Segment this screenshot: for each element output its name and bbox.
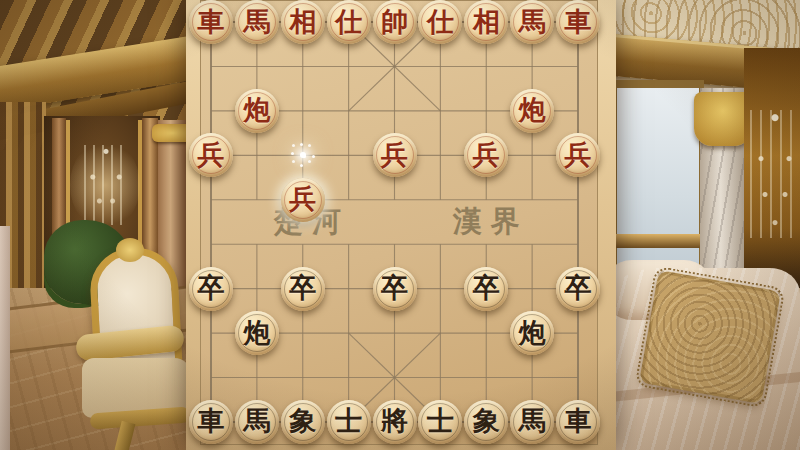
piece-red[interactable]: 仕: [418, 0, 462, 44]
piece-character: 車: [198, 408, 225, 435]
piece-character: 馬: [519, 408, 546, 435]
piece-character: 兵: [198, 142, 225, 169]
piece-black[interactable]: 炮: [235, 311, 279, 355]
piece-red[interactable]: 帥: [373, 0, 417, 44]
brocade-pillow-pattern: [639, 270, 781, 404]
piece-character: 帥: [381, 9, 408, 36]
piece-character: 仕: [335, 9, 362, 36]
piece-character: 仕: [427, 9, 454, 36]
piece-character: 卒: [198, 275, 225, 302]
piece-red[interactable]: 車: [189, 0, 233, 44]
piece-red[interactable]: 相: [464, 0, 508, 44]
piece-black[interactable]: 士: [327, 400, 371, 444]
piece-black[interactable]: 車: [189, 400, 233, 444]
piece-red[interactable]: 兵: [373, 133, 417, 177]
piece-character: 士: [427, 408, 454, 435]
piece-red[interactable]: 馬: [235, 0, 279, 44]
piece-red[interactable]: 車: [556, 0, 600, 44]
piece-black[interactable]: 將: [373, 400, 417, 444]
piece-character: 炮: [243, 320, 270, 347]
piece-black[interactable]: 卒: [556, 267, 600, 311]
piece-character: 炮: [519, 97, 546, 124]
gilded-chair-crest: [116, 238, 144, 262]
piece-red[interactable]: 兵: [189, 133, 233, 177]
piece-character: 卒: [289, 275, 316, 302]
piece-character: 兵: [565, 142, 592, 169]
piece-character: 馬: [243, 408, 270, 435]
piece-red[interactable]: 炮: [235, 89, 279, 133]
piece-character: 兵: [473, 142, 500, 169]
pieces-layer: 車馬相仕帥仕相馬車炮炮兵兵兵兵兵卒卒卒卒卒炮炮車馬象士將士象馬車: [186, 0, 616, 450]
piece-black[interactable]: 士: [418, 400, 462, 444]
piece-black[interactable]: 卒: [464, 267, 508, 311]
piece-character: 馬: [519, 9, 546, 36]
piece-character: 兵: [381, 142, 408, 169]
piece-red[interactable]: 仕: [327, 0, 371, 44]
piece-character: 車: [198, 9, 225, 36]
piece-character: 車: [565, 9, 592, 36]
piece-character: 兵: [289, 186, 316, 213]
piece-character: 卒: [565, 275, 592, 302]
piece-character: 相: [289, 9, 316, 36]
piece-red[interactable]: 兵: [464, 133, 508, 177]
piece-black[interactable]: 炮: [510, 311, 554, 355]
piece-character: 相: [473, 9, 500, 36]
piece-red[interactable]: 兵: [556, 133, 600, 177]
window-mullion-bar: [613, 234, 703, 248]
piece-red[interactable]: 馬: [510, 0, 554, 44]
piece-character: 卒: [381, 275, 408, 302]
piece-red[interactable]: 兵: [281, 178, 325, 222]
screenshot-stage: 楚河 漢界 車馬相仕帥仕相馬車炮炮兵兵兵兵兵卒卒卒卒卒炮炮車馬象士將士象馬車: [0, 0, 800, 450]
piece-black[interactable]: 卒: [189, 267, 233, 311]
piece-black[interactable]: 馬: [510, 400, 554, 444]
piece-character: 車: [565, 408, 592, 435]
piece-character: 象: [473, 408, 500, 435]
cursor-sparkle-icon: [300, 152, 306, 158]
door-edge-left: [0, 226, 10, 450]
piece-character: 炮: [243, 97, 270, 124]
piece-character: 象: [289, 408, 316, 435]
piece-black[interactable]: 卒: [373, 267, 417, 311]
chandelier-right-icon: [750, 110, 800, 238]
piece-character: 炮: [519, 320, 546, 347]
piece-black[interactable]: 卒: [281, 267, 325, 311]
piece-character: 士: [335, 408, 362, 435]
piece-red[interactable]: 炮: [510, 89, 554, 133]
piece-character: 將: [381, 408, 408, 435]
piece-black[interactable]: 車: [556, 400, 600, 444]
piece-black[interactable]: 馬: [235, 400, 279, 444]
piece-black[interactable]: 象: [281, 400, 325, 444]
xiangqi-board[interactable]: 楚河 漢界 車馬相仕帥仕相馬車炮炮兵兵兵兵兵卒卒卒卒卒炮炮車馬象士將士象馬車: [186, 0, 616, 450]
piece-black[interactable]: 象: [464, 400, 508, 444]
chandelier-left-icon: [84, 145, 128, 225]
piece-character: 卒: [473, 275, 500, 302]
piece-red[interactable]: 相: [281, 0, 325, 44]
piece-character: 馬: [243, 9, 270, 36]
